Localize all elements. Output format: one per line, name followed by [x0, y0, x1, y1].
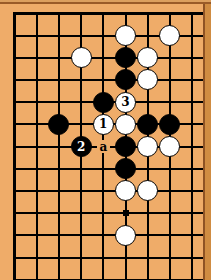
- grid-line-horizontal: [13, 57, 205, 59]
- stone-black: [115, 136, 136, 157]
- stone-label: 2: [77, 141, 85, 153]
- grid-line-vertical: [191, 12, 193, 280]
- board-frame-right-line: [203, 0, 205, 280]
- point-label-a: a: [97, 140, 110, 153]
- board-frame-top-line: [0, 2, 211, 4]
- grid-line-horizontal: [13, 79, 205, 81]
- stone-black: [137, 114, 158, 135]
- board-frame-right: [205, 0, 211, 280]
- stone-white: [115, 25, 136, 46]
- square-mark-icon: [123, 210, 129, 216]
- grid-line-horizontal: [13, 234, 205, 236]
- stone-white: 3: [115, 92, 136, 113]
- stone-white: [71, 47, 92, 68]
- grid-line-vertical: [36, 12, 38, 280]
- stone-white: [115, 225, 136, 246]
- grid-line-horizontal: [13, 257, 205, 259]
- grid-line-horizontal: [13, 168, 205, 170]
- stone-white: [115, 114, 136, 135]
- grid-line-horizontal: [13, 190, 205, 192]
- grid-line-vertical: [58, 12, 60, 280]
- stone-label: 3: [121, 96, 129, 108]
- stone-black: [93, 92, 114, 113]
- go-diagram: a312: [0, 0, 211, 280]
- grid-line-horizontal: [13, 212, 205, 214]
- grid-line-horizontal: [13, 12, 205, 15]
- grid-line-vertical: [13, 12, 16, 280]
- stone-label: 1: [99, 118, 107, 130]
- stone-black: 2: [71, 136, 92, 157]
- stone-white: 1: [93, 114, 114, 135]
